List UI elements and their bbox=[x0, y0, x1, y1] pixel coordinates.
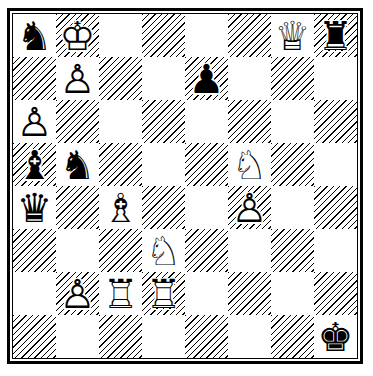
square-a5[interactable]: ♝ bbox=[13, 143, 56, 186]
square-c4[interactable]: ♝♗ bbox=[99, 186, 142, 229]
square-h8[interactable]: ♜ bbox=[314, 14, 357, 57]
square-b6[interactable] bbox=[56, 100, 99, 143]
square-c1[interactable] bbox=[99, 315, 142, 358]
square-c7[interactable] bbox=[99, 57, 142, 100]
square-f8[interactable] bbox=[228, 14, 271, 57]
square-b1[interactable] bbox=[56, 315, 99, 358]
white-rook-icon: ♜♖ bbox=[142, 272, 185, 315]
square-d1[interactable] bbox=[142, 315, 185, 358]
square-e7[interactable]: ♟ bbox=[185, 57, 228, 100]
square-a1[interactable] bbox=[13, 315, 56, 358]
square-h5[interactable] bbox=[314, 143, 357, 186]
square-a7[interactable] bbox=[13, 57, 56, 100]
square-f4[interactable]: ♟♙ bbox=[228, 186, 271, 229]
square-b5[interactable]: ♞ bbox=[56, 143, 99, 186]
board-frame: ♞♚♔♛♕♜♟♙♟♟♙♝♞♞♘♛♝♗♟♙♞♘♟♙♜♖♜♖♚ bbox=[7, 8, 363, 364]
square-f3[interactable] bbox=[228, 229, 271, 272]
white-pawn-icon: ♟♙ bbox=[56, 272, 99, 315]
square-g3[interactable] bbox=[271, 229, 314, 272]
square-g5[interactable] bbox=[271, 143, 314, 186]
square-g7[interactable] bbox=[271, 57, 314, 100]
square-f6[interactable] bbox=[228, 100, 271, 143]
white-king-icon: ♚♔ bbox=[56, 14, 99, 57]
square-a4[interactable]: ♛ bbox=[13, 186, 56, 229]
square-a6[interactable]: ♟♙ bbox=[13, 100, 56, 143]
square-e3[interactable] bbox=[185, 229, 228, 272]
square-c3[interactable] bbox=[99, 229, 142, 272]
black-queen-icon: ♛ bbox=[13, 186, 56, 229]
square-e4[interactable] bbox=[185, 186, 228, 229]
square-g8[interactable]: ♛♕ bbox=[271, 14, 314, 57]
square-d2[interactable]: ♜♖ bbox=[142, 272, 185, 315]
square-e6[interactable] bbox=[185, 100, 228, 143]
white-bishop-icon: ♝♗ bbox=[99, 186, 142, 229]
board-inner-border: ♞♚♔♛♕♜♟♙♟♟♙♝♞♞♘♛♝♗♟♙♞♘♟♙♜♖♜♖♚ bbox=[12, 13, 358, 359]
square-e5[interactable] bbox=[185, 143, 228, 186]
black-rook-icon: ♜ bbox=[314, 14, 357, 57]
square-b7[interactable]: ♟♙ bbox=[56, 57, 99, 100]
square-b8[interactable]: ♚♔ bbox=[56, 14, 99, 57]
square-b2[interactable]: ♟♙ bbox=[56, 272, 99, 315]
square-h7[interactable] bbox=[314, 57, 357, 100]
square-a2[interactable] bbox=[13, 272, 56, 315]
square-d6[interactable] bbox=[142, 100, 185, 143]
square-c5[interactable] bbox=[99, 143, 142, 186]
square-h2[interactable] bbox=[314, 272, 357, 315]
square-g1[interactable] bbox=[271, 315, 314, 358]
square-e8[interactable] bbox=[185, 14, 228, 57]
white-pawn-icon: ♟♙ bbox=[13, 100, 56, 143]
square-c8[interactable] bbox=[99, 14, 142, 57]
square-d3[interactable]: ♞♘ bbox=[142, 229, 185, 272]
square-h6[interactable] bbox=[314, 100, 357, 143]
white-queen-icon: ♛♕ bbox=[271, 14, 314, 57]
square-e2[interactable] bbox=[185, 272, 228, 315]
square-g4[interactable] bbox=[271, 186, 314, 229]
square-b3[interactable] bbox=[56, 229, 99, 272]
square-d5[interactable] bbox=[142, 143, 185, 186]
square-b4[interactable] bbox=[56, 186, 99, 229]
black-king-icon: ♚ bbox=[314, 315, 357, 358]
square-h4[interactable] bbox=[314, 186, 357, 229]
black-knight-icon: ♞ bbox=[13, 14, 56, 57]
square-c6[interactable] bbox=[99, 100, 142, 143]
square-g6[interactable] bbox=[271, 100, 314, 143]
square-f5[interactable]: ♞♘ bbox=[228, 143, 271, 186]
white-knight-icon: ♞♘ bbox=[142, 229, 185, 272]
white-knight-icon: ♞♘ bbox=[228, 143, 271, 186]
square-h3[interactable] bbox=[314, 229, 357, 272]
white-pawn-icon: ♟♙ bbox=[228, 186, 271, 229]
black-bishop-icon: ♝ bbox=[13, 143, 56, 186]
square-a3[interactable] bbox=[13, 229, 56, 272]
square-e1[interactable] bbox=[185, 315, 228, 358]
square-d7[interactable] bbox=[142, 57, 185, 100]
square-f7[interactable] bbox=[228, 57, 271, 100]
square-a8[interactable]: ♞ bbox=[13, 14, 56, 57]
square-g2[interactable] bbox=[271, 272, 314, 315]
square-d4[interactable] bbox=[142, 186, 185, 229]
square-f1[interactable] bbox=[228, 315, 271, 358]
square-h1[interactable]: ♚ bbox=[314, 315, 357, 358]
black-pawn-icon: ♟ bbox=[185, 57, 228, 100]
black-knight-icon: ♞ bbox=[56, 143, 99, 186]
square-c2[interactable]: ♜♖ bbox=[99, 272, 142, 315]
white-pawn-icon: ♟♙ bbox=[56, 57, 99, 100]
white-rook-icon: ♜♖ bbox=[99, 272, 142, 315]
chess-diagram: ♞♚♔♛♕♜♟♙♟♟♙♝♞♞♘♛♝♗♟♙♞♘♟♙♜♖♜♖♚ bbox=[7, 8, 363, 364]
square-d8[interactable] bbox=[142, 14, 185, 57]
square-f2[interactable] bbox=[228, 272, 271, 315]
board: ♞♚♔♛♕♜♟♙♟♟♙♝♞♞♘♛♝♗♟♙♞♘♟♙♜♖♜♖♚ bbox=[13, 14, 357, 358]
